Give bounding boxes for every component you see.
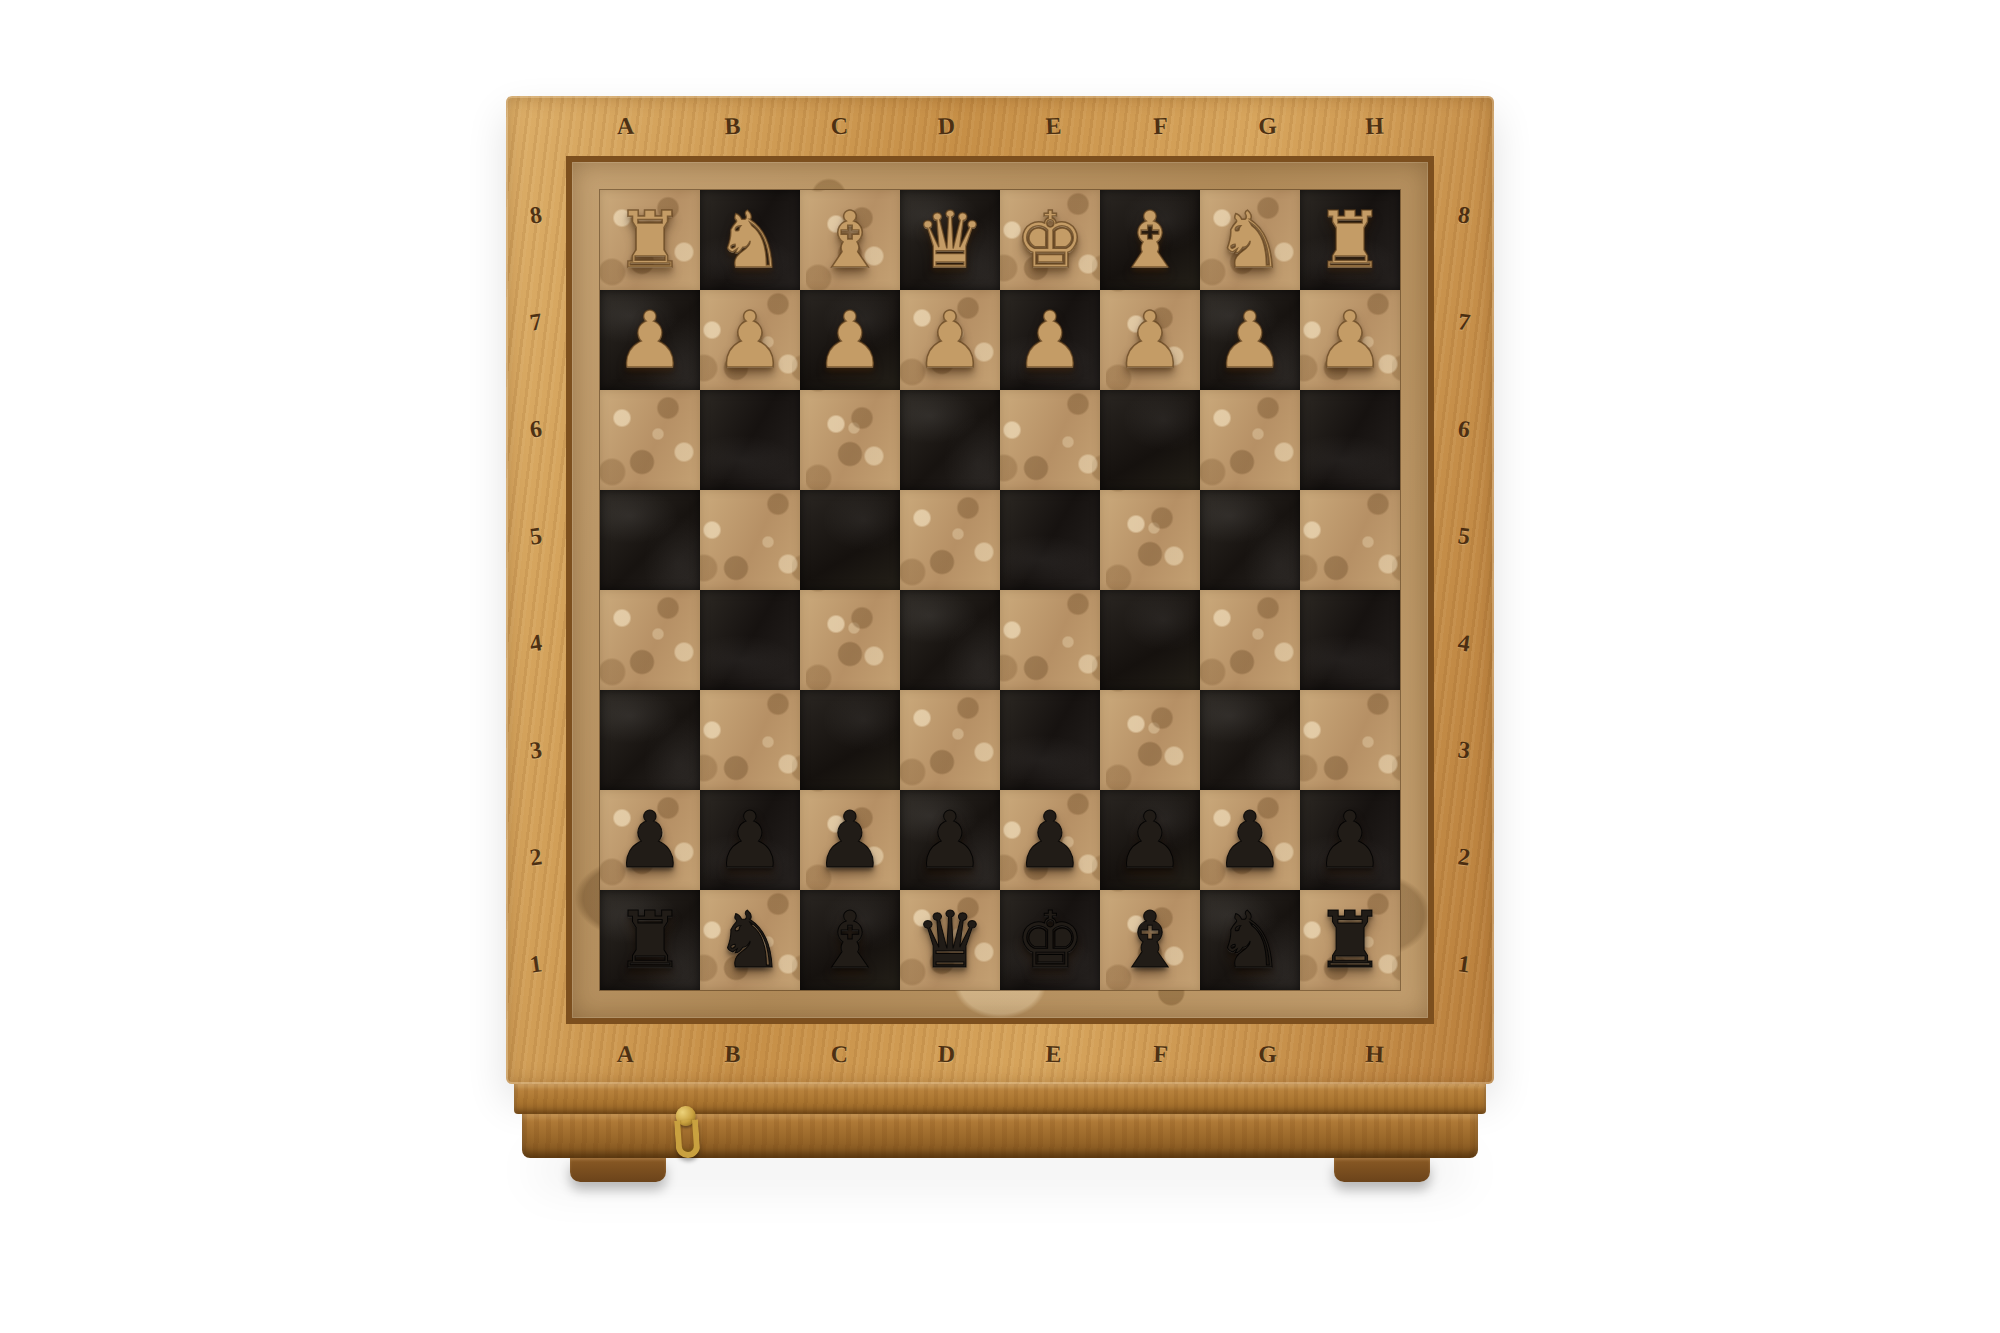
square-d6[interactable]: [900, 390, 1000, 490]
square-c3[interactable]: [800, 690, 900, 790]
square-d4[interactable]: [900, 590, 1000, 690]
coordinate-label: E: [999, 94, 1108, 158]
square-h3[interactable]: [1300, 690, 1400, 790]
chess-box: ABCDEFGH ABCDEFGH 87654321 87654321 ♜♞♝♛…: [506, 96, 1494, 1084]
square-e4[interactable]: [1000, 590, 1100, 690]
coordinate-label: 7: [1427, 265, 1501, 379]
square-c4[interactable]: [800, 590, 900, 690]
white-pawn[interactable]: ♟: [800, 290, 900, 390]
black-pawn[interactable]: ♟: [1100, 790, 1200, 890]
coordinate-label: D: [892, 1022, 1001, 1086]
square-f7[interactable]: ♟: [1100, 290, 1200, 390]
square-e5[interactable]: [1000, 490, 1100, 590]
coordinate-label: A: [571, 94, 680, 158]
white-pawn[interactable]: ♟: [1200, 290, 1300, 390]
coordinate-label: 4: [499, 586, 573, 700]
coordinate-label: 5: [499, 479, 573, 593]
square-d2[interactable]: ♟: [900, 790, 1000, 890]
white-rook[interactable]: ♜: [600, 190, 700, 290]
square-d5[interactable]: [900, 490, 1000, 590]
white-pawn[interactable]: ♟: [1100, 290, 1200, 390]
square-a3[interactable]: [600, 690, 700, 790]
square-d8[interactable]: ♛: [900, 190, 1000, 290]
black-pawn[interactable]: ♟: [1200, 790, 1300, 890]
coordinate-label: B: [678, 94, 787, 158]
square-e8[interactable]: ♚: [1000, 190, 1100, 290]
square-g4[interactable]: [1200, 590, 1300, 690]
square-c7[interactable]: ♟: [800, 290, 900, 390]
coordinate-label: 4: [1427, 586, 1501, 700]
white-bishop[interactable]: ♝: [1100, 190, 1200, 290]
square-f8[interactable]: ♝: [1100, 190, 1200, 290]
square-a6[interactable]: [600, 390, 700, 490]
square-f5[interactable]: [1100, 490, 1200, 590]
coordinate-label: 3: [1427, 693, 1501, 807]
square-f3[interactable]: [1100, 690, 1200, 790]
square-e2[interactable]: ♟: [1000, 790, 1100, 890]
square-a4[interactable]: [600, 590, 700, 690]
square-d1[interactable]: ♛: [900, 890, 1000, 990]
white-king[interactable]: ♚: [1000, 190, 1100, 290]
square-h7[interactable]: ♟: [1300, 290, 1400, 390]
black-bishop[interactable]: ♝: [1100, 890, 1200, 990]
coordinate-label: 2: [1427, 800, 1501, 914]
white-pawn[interactable]: ♟: [1300, 290, 1400, 390]
square-f1[interactable]: ♝: [1100, 890, 1200, 990]
black-pawn[interactable]: ♟: [700, 790, 800, 890]
square-e1[interactable]: ♚: [1000, 890, 1100, 990]
square-f4[interactable]: [1100, 590, 1200, 690]
coordinate-label: H: [1320, 94, 1429, 158]
file-labels-far-rail: ABCDEFGH: [572, 96, 1428, 156]
square-a8[interactable]: ♜: [600, 190, 700, 290]
square-b7[interactable]: ♟: [700, 290, 800, 390]
square-a2[interactable]: ♟: [600, 790, 700, 890]
square-e3[interactable]: [1000, 690, 1100, 790]
rank-labels-right-rail: 87654321: [1434, 162, 1494, 1018]
coordinate-label: F: [1106, 1022, 1215, 1086]
coordinate-label: G: [1213, 94, 1322, 158]
square-h2[interactable]: ♟: [1300, 790, 1400, 890]
black-pawn[interactable]: ♟: [600, 790, 700, 890]
coordinate-label: A: [571, 1022, 680, 1086]
white-queen[interactable]: ♛: [900, 190, 1000, 290]
coordinate-label: 1: [499, 907, 573, 1021]
square-h6[interactable]: [1300, 390, 1400, 490]
square-g5[interactable]: [1200, 490, 1300, 590]
coordinate-label: 2: [499, 800, 573, 914]
white-pawn[interactable]: ♟: [700, 290, 800, 390]
square-d3[interactable]: [900, 690, 1000, 790]
brass-clasp[interactable]: [670, 1105, 704, 1163]
square-b6[interactable]: [700, 390, 800, 490]
square-f2[interactable]: ♟: [1100, 790, 1200, 890]
square-b1[interactable]: ♞: [700, 890, 800, 990]
square-h5[interactable]: [1300, 490, 1400, 590]
file-labels-near-rail: ABCDEFGH: [572, 1024, 1428, 1084]
square-c6[interactable]: [800, 390, 900, 490]
square-c1[interactable]: ♝: [800, 890, 900, 990]
square-h1[interactable]: ♜: [1300, 890, 1400, 990]
black-knight[interactable]: ♞: [1200, 890, 1300, 990]
box-side-base: [522, 1114, 1478, 1158]
coordinate-label: 5: [1427, 479, 1501, 593]
box-foot-right: [1334, 1158, 1430, 1182]
square-d7[interactable]: ♟: [900, 290, 1000, 390]
square-g3[interactable]: [1200, 690, 1300, 790]
coordinate-label: 1: [1427, 907, 1501, 1021]
photo-scene: ABCDEFGH ABCDEFGH 87654321 87654321 ♜♞♝♛…: [0, 0, 2000, 1333]
coordinate-label: E: [999, 1022, 1108, 1086]
coordinate-label: D: [892, 94, 1001, 158]
black-king[interactable]: ♚: [1000, 890, 1100, 990]
black-knight[interactable]: ♞: [700, 890, 800, 990]
square-c2[interactable]: ♟: [800, 790, 900, 890]
coordinate-label: 3: [499, 693, 573, 807]
coordinate-label: 6: [1427, 372, 1501, 486]
black-rook[interactable]: ♜: [600, 890, 700, 990]
square-h4[interactable]: [1300, 590, 1400, 690]
square-g6[interactable]: [1200, 390, 1300, 490]
square-e6[interactable]: [1000, 390, 1100, 490]
white-pawn[interactable]: ♟: [900, 290, 1000, 390]
black-pawn[interactable]: ♟: [1000, 790, 1100, 890]
white-bishop[interactable]: ♝: [800, 190, 900, 290]
white-knight[interactable]: ♞: [700, 190, 800, 290]
black-pawn[interactable]: ♟: [1300, 790, 1400, 890]
black-pawn[interactable]: ♟: [900, 790, 1000, 890]
black-rook[interactable]: ♜: [1300, 890, 1400, 990]
black-queen[interactable]: ♛: [900, 890, 1000, 990]
square-b3[interactable]: [700, 690, 800, 790]
coordinate-label: C: [785, 94, 894, 158]
white-knight[interactable]: ♞: [1200, 190, 1300, 290]
white-rook[interactable]: ♜: [1300, 190, 1400, 290]
square-e7[interactable]: ♟: [1000, 290, 1100, 390]
square-b2[interactable]: ♟: [700, 790, 800, 890]
chess-board: ♜♞♝♛♚♝♞♜♟♟♟♟♟♟♟♟♟♟♟♟♟♟♟♟♜♞♝♛♚♝♞♜: [600, 190, 1400, 990]
square-b5[interactable]: [700, 490, 800, 590]
square-a1[interactable]: ♜: [600, 890, 700, 990]
box-side-lid: [514, 1084, 1486, 1114]
square-b8[interactable]: ♞: [700, 190, 800, 290]
square-g2[interactable]: ♟: [1200, 790, 1300, 890]
white-pawn[interactable]: ♟: [1000, 290, 1100, 390]
coordinate-label: C: [785, 1022, 894, 1086]
square-h8[interactable]: ♜: [1300, 190, 1400, 290]
square-a7[interactable]: ♟: [600, 290, 700, 390]
black-bishop[interactable]: ♝: [800, 890, 900, 990]
clasp-hook: [674, 1119, 701, 1159]
square-b4[interactable]: [700, 590, 800, 690]
square-c8[interactable]: ♝: [800, 190, 900, 290]
rank-labels-left-rail: 87654321: [506, 162, 566, 1018]
coordinate-label: 8: [1427, 158, 1501, 272]
coordinate-label: F: [1106, 94, 1215, 158]
square-g1[interactable]: ♞: [1200, 890, 1300, 990]
coordinate-label: 6: [499, 372, 573, 486]
coordinate-label: 7: [499, 265, 573, 379]
square-g8[interactable]: ♞: [1200, 190, 1300, 290]
coordinate-label: 8: [499, 158, 573, 272]
square-g7[interactable]: ♟: [1200, 290, 1300, 390]
square-a5[interactable]: [600, 490, 700, 590]
square-c5[interactable]: [800, 490, 900, 590]
coordinate-label: G: [1213, 1022, 1322, 1086]
box-foot-left: [570, 1158, 666, 1182]
coordinate-label: H: [1320, 1022, 1429, 1086]
stone-slab: ♜♞♝♛♚♝♞♜♟♟♟♟♟♟♟♟♟♟♟♟♟♟♟♟♜♞♝♛♚♝♞♜: [566, 156, 1434, 1024]
white-pawn[interactable]: ♟: [600, 290, 700, 390]
coordinate-label: B: [678, 1022, 787, 1086]
black-pawn[interactable]: ♟: [800, 790, 900, 890]
square-f6[interactable]: [1100, 390, 1200, 490]
